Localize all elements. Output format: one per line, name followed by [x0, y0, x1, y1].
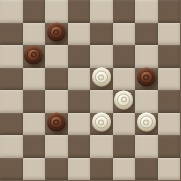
square-r3-c4[interactable] [90, 68, 113, 91]
square-r6-c5[interactable] [113, 135, 136, 158]
square-r7-c3[interactable] [68, 158, 91, 181]
square-r0-c6[interactable] [135, 0, 158, 23]
square-r6-c4[interactable] [90, 135, 113, 158]
square-r4-c3[interactable] [68, 90, 91, 113]
square-r0-c0[interactable] [0, 0, 23, 23]
square-r0-c1[interactable] [23, 0, 46, 23]
checker-piece-cream[interactable] [92, 68, 111, 87]
square-r4-c5[interactable] [113, 90, 136, 113]
square-r3-c6[interactable] [135, 68, 158, 91]
checker-piece-cream[interactable] [137, 113, 156, 132]
square-r2-c6[interactable] [135, 45, 158, 68]
square-r6-c0[interactable] [0, 135, 23, 158]
square-r1-c3[interactable] [68, 23, 91, 46]
square-r1-c4[interactable] [90, 23, 113, 46]
square-r6-c6[interactable] [135, 135, 158, 158]
square-r2-c1[interactable] [23, 45, 46, 68]
square-r1-c1[interactable] [23, 23, 46, 46]
square-r3-c1[interactable] [23, 68, 46, 91]
square-r2-c4[interactable] [90, 45, 113, 68]
checkers-board [0, 0, 180, 180]
square-r2-c5[interactable] [113, 45, 136, 68]
square-r2-c3[interactable] [68, 45, 91, 68]
square-r0-c2[interactable] [45, 0, 68, 23]
square-r7-c0[interactable] [0, 158, 23, 181]
square-r7-c6[interactable] [135, 158, 158, 181]
square-r6-c3[interactable] [68, 135, 91, 158]
square-r0-c5[interactable] [113, 0, 136, 23]
square-r1-c5[interactable] [113, 23, 136, 46]
checker-piece-brown[interactable] [47, 23, 66, 42]
square-r2-c0[interactable] [0, 45, 23, 68]
square-r0-c7[interactable] [158, 0, 181, 23]
square-r1-c2[interactable] [45, 23, 68, 46]
checker-piece-cream[interactable] [92, 113, 111, 132]
square-r4-c7[interactable] [158, 90, 181, 113]
checker-piece-brown[interactable] [24, 45, 43, 64]
square-r4-c2[interactable] [45, 90, 68, 113]
square-r6-c2[interactable] [45, 135, 68, 158]
square-r5-c6[interactable] [135, 113, 158, 136]
checker-piece-brown[interactable] [137, 68, 156, 87]
square-r3-c2[interactable] [45, 68, 68, 91]
square-r7-c4[interactable] [90, 158, 113, 181]
square-r5-c2[interactable] [45, 113, 68, 136]
square-r0-c3[interactable] [68, 0, 91, 23]
square-r7-c5[interactable] [113, 158, 136, 181]
checker-piece-brown[interactable] [47, 113, 66, 132]
square-r2-c2[interactable] [45, 45, 68, 68]
square-r4-c1[interactable] [23, 90, 46, 113]
checker-piece-cream[interactable] [114, 90, 133, 109]
square-r5-c3[interactable] [68, 113, 91, 136]
square-r7-c1[interactable] [23, 158, 46, 181]
square-r1-c6[interactable] [135, 23, 158, 46]
square-r3-c3[interactable] [68, 68, 91, 91]
square-r3-c7[interactable] [158, 68, 181, 91]
square-r1-c0[interactable] [0, 23, 23, 46]
square-r6-c7[interactable] [158, 135, 181, 158]
square-r7-c7[interactable] [158, 158, 181, 181]
square-r4-c4[interactable] [90, 90, 113, 113]
square-r5-c0[interactable] [0, 113, 23, 136]
square-r7-c2[interactable] [45, 158, 68, 181]
square-r0-c4[interactable] [90, 0, 113, 23]
square-r6-c1[interactable] [23, 135, 46, 158]
square-r1-c7[interactable] [158, 23, 181, 46]
square-r4-c6[interactable] [135, 90, 158, 113]
square-r5-c7[interactable] [158, 113, 181, 136]
square-r3-c0[interactable] [0, 68, 23, 91]
square-r3-c5[interactable] [113, 68, 136, 91]
square-r4-c0[interactable] [0, 90, 23, 113]
square-r2-c7[interactable] [158, 45, 181, 68]
square-r5-c4[interactable] [90, 113, 113, 136]
square-r5-c1[interactable] [23, 113, 46, 136]
square-r5-c5[interactable] [113, 113, 136, 136]
